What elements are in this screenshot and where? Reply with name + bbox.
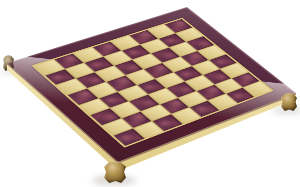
board-foot-right xyxy=(281,93,297,111)
board-foot-front xyxy=(104,161,126,183)
product-photo xyxy=(0,0,300,187)
board-inner-trim xyxy=(31,18,274,148)
chess-board xyxy=(7,7,296,162)
